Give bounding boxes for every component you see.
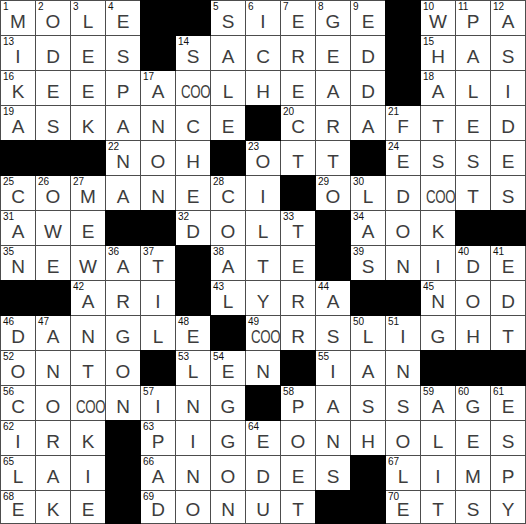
cell-letter: I — [141, 292, 175, 311]
cell-r6c13[interactable]: COO — [421, 176, 455, 210]
cell-r9c10[interactable]: 44A — [316, 281, 350, 315]
cell-r1c11[interactable]: 9E — [351, 1, 385, 35]
cell-r11c8[interactable]: N — [246, 351, 280, 385]
cell-r15c1[interactable]: 68E — [1, 491, 35, 523]
cell-r3c4[interactable]: P — [106, 71, 140, 105]
cell-r12c5[interactable]: 57I — [141, 386, 175, 420]
cell-r10c9[interactable]: R — [281, 316, 315, 350]
cell-letter: A — [351, 222, 385, 241]
cell-letter: I — [421, 467, 455, 486]
crossword-grid: 1M2O3L4E5S6I7E8G9E10W11P12A13IDES14SACRE… — [0, 0, 526, 524]
cell-letter: A — [316, 82, 350, 101]
cell-r4c4[interactable]: A — [106, 106, 140, 140]
cell-r2c10[interactable]: E — [316, 36, 350, 70]
clue-number: 2 — [38, 1, 44, 12]
cell-r15c4 — [106, 491, 140, 523]
cell-r3c14[interactable]: L — [456, 71, 490, 105]
cell-r13c15[interactable]: S — [491, 421, 525, 455]
cell-r12c1[interactable]: 56C — [1, 386, 35, 420]
cell-r4c2[interactable]: S — [36, 106, 70, 140]
cell-r1c14[interactable]: 11P — [456, 1, 490, 35]
cell-r1c4[interactable]: 4E — [106, 1, 140, 35]
cell-letter: I — [1, 47, 35, 66]
cell-r13c1[interactable]: 62I — [1, 421, 35, 455]
cell-r12c15[interactable]: 61E — [491, 386, 525, 420]
cell-letter: A — [351, 117, 385, 136]
cell-letter: I — [141, 397, 175, 416]
cell-r7c10 — [316, 211, 350, 245]
cell-letter: N — [386, 362, 420, 381]
cell-letter: T — [141, 257, 175, 276]
cell-r13c2[interactable]: R — [36, 421, 70, 455]
cell-letter: W — [421, 12, 455, 31]
cell-letter: W — [71, 257, 105, 276]
cell-r6c14[interactable]: T — [456, 176, 490, 210]
cell-r6c10[interactable]: 29O — [316, 176, 350, 210]
cell-letter: N — [141, 187, 175, 206]
cell-letter: I — [176, 432, 210, 451]
cell-letter: T — [456, 187, 490, 206]
cell-r7c12[interactable]: O — [386, 211, 420, 245]
cell-r10c2[interactable]: 47A — [36, 316, 70, 350]
cell-letter: L — [351, 187, 385, 206]
cell-r13c8[interactable]: 64E — [246, 421, 280, 455]
cell-letter: A — [106, 117, 140, 136]
cell-letter: O — [36, 187, 70, 206]
cell-r5c7 — [211, 141, 245, 175]
cell-letter: G — [456, 397, 490, 416]
cell-r15c15[interactable]: Y — [491, 491, 525, 523]
cell-r2c4[interactable]: S — [106, 36, 140, 70]
cell-r8c1[interactable]: 35N — [1, 246, 35, 280]
cell-r11c11[interactable]: A — [351, 351, 385, 385]
cell-r5c3 — [71, 141, 105, 175]
cell-letter: E — [456, 432, 490, 451]
cell-letter: A — [106, 257, 140, 276]
cell-r4c14[interactable]: E — [456, 106, 490, 140]
cell-r9c13[interactable]: 45N — [421, 281, 455, 315]
cell-r3c6[interactable]: COO — [176, 71, 210, 105]
cell-letter: E — [351, 12, 385, 31]
cell-letter: Y — [491, 500, 525, 519]
cell-letter: S — [211, 12, 245, 31]
cell-letter: T — [421, 117, 455, 136]
cell-r15c13[interactable]: T — [421, 491, 455, 523]
cell-r1c1[interactable]: 1M — [1, 1, 35, 35]
cell-letter: K — [36, 500, 70, 519]
cell-r8c11[interactable]: 39S — [351, 246, 385, 280]
cell-r12c2[interactable]: O — [36, 386, 70, 420]
cell-letter: A — [36, 327, 70, 346]
cell-r15c14[interactable]: S — [456, 491, 490, 523]
cell-r5c13[interactable]: S — [421, 141, 455, 175]
cell-letter: R — [281, 47, 315, 66]
cell-letter: C — [281, 117, 315, 136]
clue-number: 9 — [353, 1, 359, 12]
cell-letter: S — [456, 500, 490, 519]
cell-r12c8 — [246, 386, 280, 420]
cell-r10c13[interactable]: G — [421, 316, 455, 350]
cell-r12c14[interactable]: 60G — [456, 386, 490, 420]
cell-r9c5[interactable]: I — [141, 281, 175, 315]
cell-r11c10[interactable]: 55I — [316, 351, 350, 385]
cell-r14c4 — [106, 456, 140, 490]
cell-letter: A — [456, 47, 490, 66]
cell-r9c9[interactable]: R — [281, 281, 315, 315]
cell-letter: O — [246, 152, 280, 171]
cell-r5c5[interactable]: O — [141, 141, 175, 175]
cell-r9c15[interactable]: D — [491, 281, 525, 315]
cell-r1c2[interactable]: 2O — [36, 1, 70, 35]
cell-letter-rebus: COO — [426, 187, 450, 206]
cell-r10c3[interactable]: N — [71, 316, 105, 350]
cell-r6c15[interactable]: S — [491, 176, 525, 210]
cell-letter: A — [316, 292, 350, 311]
cell-r8c7[interactable]: 38A — [211, 246, 245, 280]
cell-r6c6[interactable]: E — [176, 176, 210, 210]
cell-r5c4[interactable]: 22N — [106, 141, 140, 175]
cell-r8c12[interactable]: N — [386, 246, 420, 280]
cell-letter: D — [141, 500, 175, 519]
cell-r7c8[interactable]: L — [246, 211, 280, 245]
cell-r13c4 — [106, 421, 140, 455]
cell-r2c3[interactable]: E — [71, 36, 105, 70]
cell-letter: I — [1, 432, 35, 451]
cell-r14c3[interactable]: I — [71, 456, 105, 490]
cell-r14c12[interactable]: 67L — [386, 456, 420, 490]
cell-letter: I — [71, 467, 105, 486]
cell-r13c7[interactable]: G — [211, 421, 245, 455]
cell-letter: E — [36, 82, 70, 101]
cell-r6c3[interactable]: 27M — [71, 176, 105, 210]
cell-r14c10[interactable]: S — [316, 456, 350, 490]
cell-r9c4[interactable]: R — [106, 281, 140, 315]
cell-r10c10[interactable]: S — [316, 316, 350, 350]
clue-number: 57 — [143, 386, 154, 397]
cell-r1c15[interactable]: 12A — [491, 1, 525, 35]
cell-letter: S — [176, 47, 210, 66]
cell-letter: D — [351, 82, 385, 101]
cell-r10c14[interactable]: H — [456, 316, 490, 350]
cell-r11c4[interactable]: O — [106, 351, 140, 385]
cell-r9c8[interactable]: Y — [246, 281, 280, 315]
cell-r9c7[interactable]: 43L — [211, 281, 245, 315]
cell-r15c6[interactable]: O — [176, 491, 210, 523]
cell-r8c14[interactable]: 40D — [456, 246, 490, 280]
cell-r8c2[interactable]: E — [36, 246, 70, 280]
cell-r1c8[interactable]: 6I — [246, 1, 280, 35]
cell-r8c9[interactable]: E — [281, 246, 315, 280]
cell-r3c13[interactable]: 18A — [421, 71, 455, 105]
cell-r9c3[interactable]: 42A — [71, 281, 105, 315]
cell-r15c3[interactable]: E — [71, 491, 105, 523]
cell-r5c6[interactable]: H — [176, 141, 210, 175]
cell-r12c12[interactable]: S — [386, 386, 420, 420]
cell-r11c2[interactable]: N — [36, 351, 70, 385]
cell-letter: E — [176, 327, 210, 346]
clue-number: 6 — [248, 1, 254, 12]
cell-r12c11[interactable]: S — [351, 386, 385, 420]
cell-letter: I — [491, 82, 525, 101]
cell-r11c15 — [491, 351, 525, 385]
cell-r6c1[interactable]: 25C — [1, 176, 35, 210]
cell-letter: D — [351, 47, 385, 66]
cell-r14c7[interactable]: O — [211, 456, 245, 490]
cell-r4c6[interactable]: C — [176, 106, 210, 140]
cell-r8c8[interactable]: T — [246, 246, 280, 280]
cell-r7c1[interactable]: 31A — [1, 211, 35, 245]
cell-r11c12[interactable]: N — [386, 351, 420, 385]
cell-r5c12[interactable]: 24E — [386, 141, 420, 175]
cell-letter: L — [246, 222, 280, 241]
cell-r4c12[interactable]: 21F — [386, 106, 420, 140]
cell-letter: O — [386, 432, 420, 451]
cell-letter: O — [316, 187, 350, 206]
cell-letter: E — [71, 222, 105, 241]
cell-r3c1[interactable]: 16K — [1, 71, 35, 105]
cell-r4c11[interactable]: A — [351, 106, 385, 140]
cell-r7c7[interactable]: O — [211, 211, 245, 245]
cell-r13c5[interactable]: 63P — [141, 421, 175, 455]
cell-letter: I — [246, 187, 280, 206]
cell-r14c1[interactable]: 65L — [1, 456, 35, 490]
clue-number: 8 — [318, 1, 324, 12]
cell-letter: S — [421, 152, 455, 171]
cell-letter: H — [421, 47, 455, 66]
cell-r1c7[interactable]: 5S — [211, 1, 245, 35]
cell-letter: E — [281, 82, 315, 101]
cell-r2c8[interactable]: C — [246, 36, 280, 70]
cell-r14c9[interactable]: E — [281, 456, 315, 490]
cell-r7c14 — [456, 211, 490, 245]
cell-r7c3[interactable]: E — [71, 211, 105, 245]
cell-r5c10[interactable]: T — [316, 141, 350, 175]
cell-r14c2[interactable]: A — [36, 456, 70, 490]
cell-r12c6[interactable]: N — [176, 386, 210, 420]
cell-r11c1[interactable]: 52O — [1, 351, 35, 385]
cell-letter: T — [421, 500, 455, 519]
cell-r14c5[interactable]: 66A — [141, 456, 175, 490]
cell-letter: N — [316, 432, 350, 451]
cell-letter: H — [351, 432, 385, 451]
cell-r3c9[interactable]: E — [281, 71, 315, 105]
cell-r1c10[interactable]: 8G — [316, 1, 350, 35]
cell-r4c1[interactable]: 19A — [1, 106, 35, 140]
cell-letter: L — [1, 467, 35, 486]
cell-r3c8[interactable]: H — [246, 71, 280, 105]
cell-r8c5[interactable]: 37T — [141, 246, 175, 280]
cell-r12c7[interactable]: G — [211, 386, 245, 420]
cell-r3c11[interactable]: D — [351, 71, 385, 105]
cell-r12c13[interactable]: 59A — [421, 386, 455, 420]
cell-r7c6[interactable]: 32D — [176, 211, 210, 245]
cell-letter: G — [421, 327, 455, 346]
cell-r15c8[interactable]: U — [246, 491, 280, 523]
cell-r10c4[interactable]: G — [106, 316, 140, 350]
cell-r5c2 — [36, 141, 70, 175]
cell-r14c15[interactable]: P — [491, 456, 525, 490]
cell-r11c6[interactable]: 53L — [176, 351, 210, 385]
cell-r10c12[interactable]: 51I — [386, 316, 420, 350]
cell-r11c13 — [421, 351, 455, 385]
cell-r14c13[interactable]: I — [421, 456, 455, 490]
cell-r9c6 — [176, 281, 210, 315]
cell-r13c10[interactable]: N — [316, 421, 350, 455]
cell-r10c1[interactable]: 46D — [1, 316, 35, 350]
cell-r2c6[interactable]: 14S — [176, 36, 210, 70]
cell-letter: N — [1, 257, 35, 276]
cell-letter: M — [456, 467, 490, 486]
cell-r4c9[interactable]: 20C — [281, 106, 315, 140]
cell-letter: S — [491, 187, 525, 206]
cell-letter: A — [71, 292, 105, 311]
cell-r13c13[interactable]: L — [421, 421, 455, 455]
cell-r2c15[interactable]: S — [491, 36, 525, 70]
cell-r12c4[interactable]: N — [106, 386, 140, 420]
cell-r10c8[interactable]: 49COO — [246, 316, 280, 350]
cell-r7c13[interactable]: K — [421, 211, 455, 245]
cell-r2c13[interactable]: 15H — [421, 36, 455, 70]
cell-r7c5 — [141, 211, 175, 245]
cell-r3c7[interactable]: L — [211, 71, 245, 105]
clue-number: 51 — [388, 316, 399, 327]
cell-r10c15[interactable]: T — [491, 316, 525, 350]
cell-r1c3[interactable]: 3L — [71, 1, 105, 35]
cell-letter: N — [141, 117, 175, 136]
cell-letter: N — [421, 292, 455, 311]
cell-r2c9[interactable]: R — [281, 36, 315, 70]
cell-r11c7[interactable]: 54E — [211, 351, 245, 385]
cell-letter: A — [491, 12, 525, 31]
cell-r10c5[interactable]: L — [141, 316, 175, 350]
cell-r4c5[interactable]: N — [141, 106, 175, 140]
cell-r4c10[interactable]: R — [316, 106, 350, 140]
cell-r3c12 — [386, 71, 420, 105]
cell-r15c5[interactable]: 69D — [141, 491, 175, 523]
cell-r15c2[interactable]: K — [36, 491, 70, 523]
cell-letter: E — [71, 47, 105, 66]
cell-r12c9[interactable]: 58P — [281, 386, 315, 420]
cell-r1c13[interactable]: 10W — [421, 1, 455, 35]
cell-r3c15[interactable]: I — [491, 71, 525, 105]
cell-r6c2[interactable]: 26O — [36, 176, 70, 210]
cell-r15c7[interactable]: N — [211, 491, 245, 523]
cell-r12c10[interactable]: A — [316, 386, 350, 420]
cell-r3c3[interactable]: E — [71, 71, 105, 105]
cell-r6c4[interactable]: A — [106, 176, 140, 210]
cell-letter: G — [211, 432, 245, 451]
cell-letter: I — [246, 12, 280, 31]
cell-r13c11[interactable]: H — [351, 421, 385, 455]
cell-r10c11[interactable]: 50L — [351, 316, 385, 350]
cell-r5c9[interactable]: T — [281, 141, 315, 175]
cell-r4c7[interactable]: E — [211, 106, 245, 140]
cell-r7c9[interactable]: 33T — [281, 211, 315, 245]
cell-letter: N — [36, 362, 70, 381]
cell-r6c12[interactable]: D — [386, 176, 420, 210]
cell-r14c6[interactable]: N — [176, 456, 210, 490]
cell-letter: E — [211, 362, 245, 381]
cell-letter: E — [316, 47, 350, 66]
cell-letter: L — [176, 362, 210, 381]
cell-r10c6[interactable]: 48E — [176, 316, 210, 350]
cell-r11c5 — [141, 351, 175, 385]
cell-letter: N — [106, 397, 140, 416]
cell-r6c5[interactable]: N — [141, 176, 175, 210]
cell-letter: L — [211, 292, 245, 311]
cell-r6c11[interactable]: 30L — [351, 176, 385, 210]
cell-r13c14[interactable]: E — [456, 421, 490, 455]
cell-r4c13[interactable]: T — [421, 106, 455, 140]
cell-r3c2[interactable]: E — [36, 71, 70, 105]
cell-letter: K — [421, 222, 455, 241]
cell-letter: T — [316, 152, 350, 171]
cell-letter: S — [351, 397, 385, 416]
cell-r2c14[interactable]: A — [456, 36, 490, 70]
cell-r14c14[interactable]: M — [456, 456, 490, 490]
cell-r9c1 — [1, 281, 35, 315]
cell-r8c13[interactable]: I — [421, 246, 455, 280]
cell-r7c2[interactable]: W — [36, 211, 70, 245]
clue-number: 62 — [3, 421, 14, 432]
cell-r7c11[interactable]: 34A — [351, 211, 385, 245]
cell-r2c12 — [386, 36, 420, 70]
cell-r2c2[interactable]: D — [36, 36, 70, 70]
cell-r1c6 — [176, 1, 210, 35]
cell-r4c3[interactable]: K — [71, 106, 105, 140]
cell-letter: U — [246, 500, 280, 519]
cell-r6c8[interactable]: I — [246, 176, 280, 210]
cell-r5c8[interactable]: 23O — [246, 141, 280, 175]
cell-letter: T — [491, 327, 525, 346]
cell-letter: A — [106, 187, 140, 206]
cell-r1c9[interactable]: 7E — [281, 1, 315, 35]
cell-r13c3[interactable]: K — [71, 421, 105, 455]
cell-r13c6[interactable]: I — [176, 421, 210, 455]
cell-r13c12[interactable]: O — [386, 421, 420, 455]
cell-r2c7[interactable]: A — [211, 36, 245, 70]
cell-letter-rebus: COO — [251, 327, 275, 346]
cell-r5c14[interactable]: S — [456, 141, 490, 175]
cell-r8c4[interactable]: 36A — [106, 246, 140, 280]
cell-r8c3[interactable]: W — [71, 246, 105, 280]
cell-r11c3[interactable]: T — [71, 351, 105, 385]
cell-r15c12[interactable]: 70E — [386, 491, 420, 523]
cell-r3c5[interactable]: 17A — [141, 71, 175, 105]
cell-r2c1[interactable]: 13I — [1, 36, 35, 70]
cell-r3c10[interactable]: A — [316, 71, 350, 105]
cell-letter: E — [1, 500, 35, 519]
cell-letter: M — [1, 12, 35, 31]
cell-letter: G — [316, 12, 350, 31]
cell-r14c8[interactable]: D — [246, 456, 280, 490]
cell-r5c15[interactable]: E — [491, 141, 525, 175]
cell-r6c7[interactable]: 28C — [211, 176, 245, 210]
cell-letter: L — [456, 82, 490, 101]
cell-r4c15[interactable]: D — [491, 106, 525, 140]
cell-r8c15[interactable]: 41E — [491, 246, 525, 280]
cell-r12c3[interactable]: COO — [71, 386, 105, 420]
cell-letter: O — [456, 292, 490, 311]
cell-r15c9[interactable]: T — [281, 491, 315, 523]
cell-r13c9[interactable]: O — [281, 421, 315, 455]
cell-r9c14[interactable]: O — [456, 281, 490, 315]
cell-r2c11[interactable]: D — [351, 36, 385, 70]
cell-letter: A — [421, 82, 455, 101]
cell-letter: L — [386, 467, 420, 486]
cell-letter: L — [351, 327, 385, 346]
cell-letter: C — [246, 47, 280, 66]
